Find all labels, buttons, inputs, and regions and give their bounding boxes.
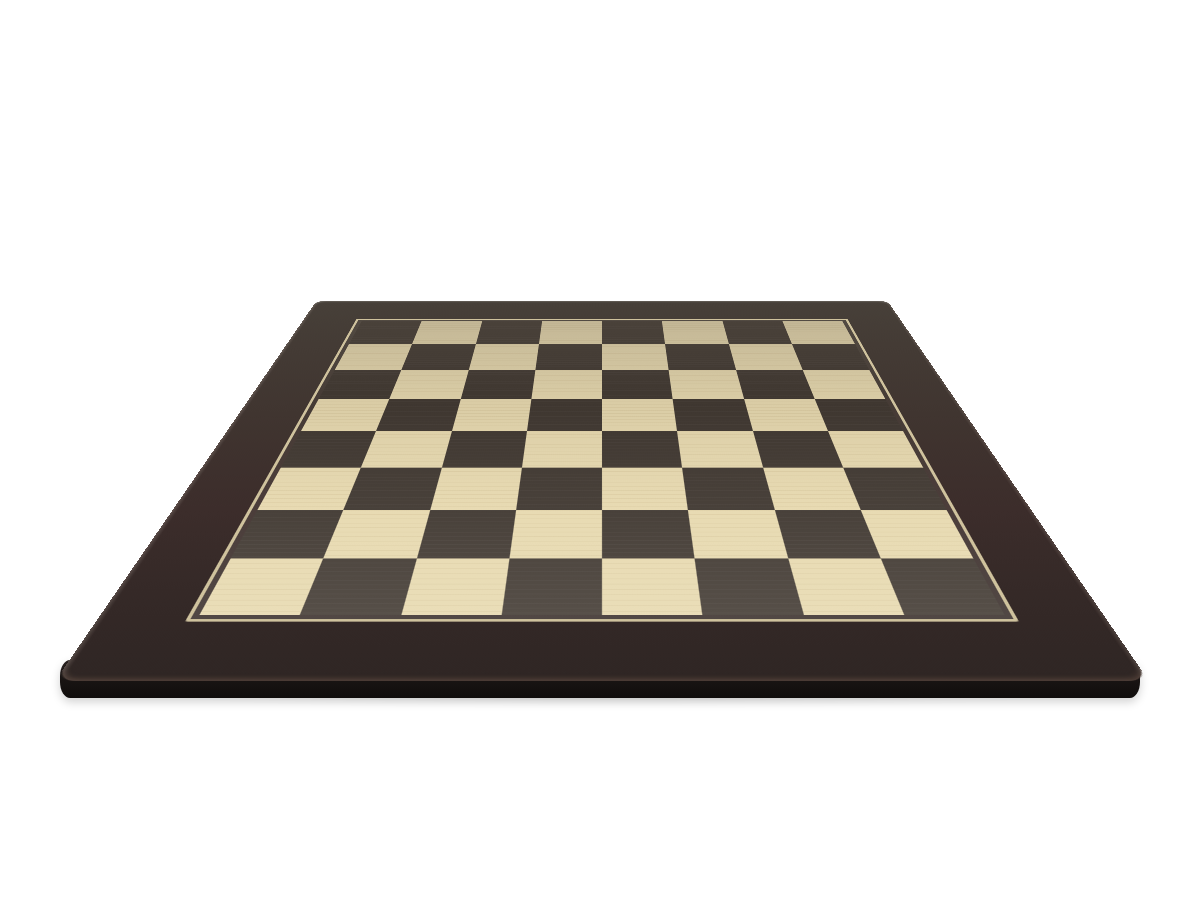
square-row8-col5 [602,558,703,615]
square-row5-col8 [828,431,924,468]
playing-field [199,321,1004,615]
square-row7-col5 [602,510,695,559]
square-row5-col2 [361,431,451,468]
square-row4-col8 [814,399,903,431]
chessboard [55,301,1149,681]
square-row5-col5 [602,431,682,468]
square-row2-col3 [468,344,538,370]
square-row3-col3 [460,370,535,399]
square-row7-col3 [416,510,516,559]
square-row4-col1 [301,399,390,431]
square-row7-col8 [860,510,973,559]
square-row2-col7 [729,344,803,370]
square-row2-col4 [535,344,602,370]
square-row5-col4 [522,431,602,468]
square-row4-col2 [376,399,460,431]
square-row3-col8 [802,370,885,399]
square-row1-col2 [412,321,482,344]
square-row5-col3 [441,431,526,468]
square-row2-col2 [402,344,476,370]
square-row6-col4 [516,468,602,510]
pinstripe-inlay [185,319,1019,622]
square-row3-col6 [669,370,744,399]
square-row3-col7 [736,370,815,399]
square-row1-col4 [539,321,602,344]
square-row3-col4 [531,370,602,399]
square-row2-col6 [665,344,735,370]
square-row8-col4 [501,558,602,615]
board-frame [55,301,1149,681]
square-row4-col5 [602,399,677,431]
square-row8-col3 [401,558,509,615]
square-row1-col8 [782,321,855,344]
square-row6-col2 [344,468,442,510]
square-row5-col6 [677,431,762,468]
square-row2-col8 [792,344,869,370]
square-row8-col6 [695,558,803,615]
square-row4-col3 [452,399,532,431]
square-row7-col2 [324,510,430,559]
square-row6-col8 [843,468,947,510]
square-row1-col1 [349,321,422,344]
square-row7-col6 [688,510,788,559]
square-row2-col5 [602,344,669,370]
product-photo-scene [0,0,1200,900]
square-row4-col7 [744,399,828,431]
square-row4-col4 [527,399,602,431]
square-row3-col2 [390,370,469,399]
square-row7-col4 [509,510,602,559]
square-row3-col5 [602,370,673,399]
square-row1-col7 [722,321,792,344]
square-row6-col3 [430,468,522,510]
square-row2-col1 [335,344,412,370]
square-row1-col6 [662,321,728,344]
square-row6-col6 [682,468,774,510]
square-row3-col1 [319,370,402,399]
square-row6-col5 [602,468,688,510]
square-row1-col5 [602,321,665,344]
square-row4-col6 [673,399,753,431]
square-row1-col3 [475,321,541,344]
